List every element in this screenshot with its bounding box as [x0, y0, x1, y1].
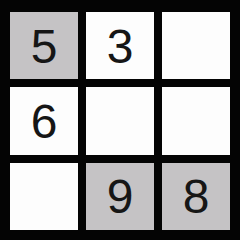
cell-r0c0[interactable]: 5: [10, 12, 78, 79]
cell-digit: 8: [183, 171, 210, 221]
cell-r0c2[interactable]: [162, 12, 230, 79]
cell-digit: 5: [31, 21, 58, 71]
cell-digit: 6: [31, 96, 58, 146]
cell-digit: 3: [107, 21, 134, 71]
cell-r1c2[interactable]: [162, 87, 230, 154]
sudoku-board: 53698: [0, 0, 240, 240]
cell-r2c2[interactable]: 8: [162, 163, 230, 230]
cell-r2c1[interactable]: 9: [86, 163, 154, 230]
cell-r1c0[interactable]: 6: [10, 87, 78, 154]
cell-digit: 9: [107, 171, 134, 221]
cell-r2c0[interactable]: [10, 163, 78, 230]
cell-r1c1[interactable]: [86, 87, 154, 154]
cell-r0c1[interactable]: 3: [86, 12, 154, 79]
